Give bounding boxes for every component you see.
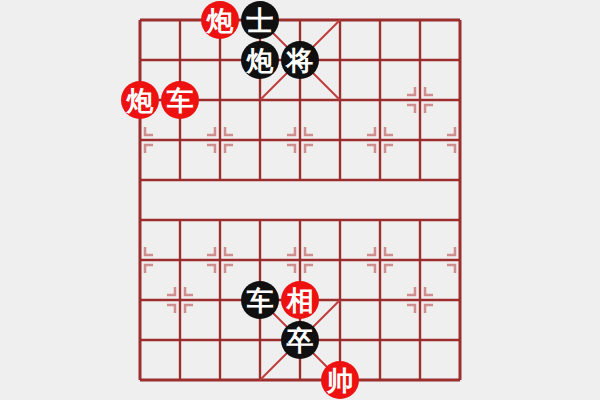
xiangqi-screen: 炮士炮将炮车车相卒帅 bbox=[0, 0, 600, 400]
piece-red-chariot[interactable]: 车 bbox=[161, 81, 199, 119]
piece-black-cannon[interactable]: 炮 bbox=[241, 41, 279, 79]
xiangqi-board: 炮士炮将炮车车相卒帅 bbox=[120, 0, 480, 400]
piece-black-pawn[interactable]: 卒 bbox=[281, 321, 319, 359]
piece-red-cannon[interactable]: 炮 bbox=[121, 81, 159, 119]
piece-layer: 炮士炮将炮车车相卒帅 bbox=[120, 0, 480, 400]
piece-black-general[interactable]: 将 bbox=[281, 41, 319, 79]
piece-red-general[interactable]: 帅 bbox=[321, 361, 359, 399]
piece-red-cannon[interactable]: 炮 bbox=[201, 1, 239, 39]
piece-black-chariot[interactable]: 车 bbox=[241, 281, 279, 319]
piece-black-advisor[interactable]: 士 bbox=[241, 1, 279, 39]
piece-red-elephant[interactable]: 相 bbox=[281, 281, 319, 319]
